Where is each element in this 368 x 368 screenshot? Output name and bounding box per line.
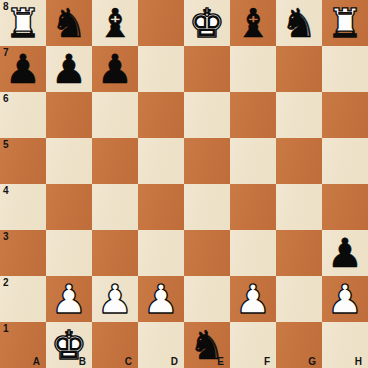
square-d4[interactable] [138, 184, 184, 230]
square-c7[interactable]: ♟ [92, 46, 138, 92]
square-a2[interactable]: 2 [0, 276, 46, 322]
square-b7[interactable]: ♟ [46, 46, 92, 92]
square-a8[interactable]: 8♜ [0, 0, 46, 46]
rank-label-4: 4 [3, 185, 9, 196]
black-knight[interactable]: ♞ [281, 0, 317, 46]
square-e7[interactable] [184, 46, 230, 92]
square-e1[interactable]: E♞ [184, 322, 230, 368]
chess-board-wrapper: 8♜♞♝♚♝♞♜7♟♟♟6543♟2♟♟♟♟♟1AB♚CDE♞FGH [0, 0, 368, 368]
square-f1[interactable]: F [230, 322, 276, 368]
square-c8[interactable]: ♝ [92, 0, 138, 46]
square-g8[interactable]: ♞ [276, 0, 322, 46]
square-h2[interactable]: ♟ [322, 276, 368, 322]
square-h5[interactable] [322, 138, 368, 184]
square-f3[interactable] [230, 230, 276, 276]
square-g1[interactable]: G [276, 322, 322, 368]
square-h7[interactable] [322, 46, 368, 92]
square-f5[interactable] [230, 138, 276, 184]
white-pawn[interactable]: ♟ [235, 276, 271, 322]
square-b2[interactable]: ♟ [46, 276, 92, 322]
square-h3[interactable]: ♟ [322, 230, 368, 276]
square-e8[interactable]: ♚ [184, 0, 230, 46]
square-a5[interactable]: 5 [0, 138, 46, 184]
square-e5[interactable] [184, 138, 230, 184]
file-label-a: A [33, 356, 40, 367]
black-pawn[interactable]: ♟ [51, 46, 87, 92]
square-d2[interactable]: ♟ [138, 276, 184, 322]
square-g3[interactable] [276, 230, 322, 276]
square-g7[interactable] [276, 46, 322, 92]
square-c3[interactable] [92, 230, 138, 276]
square-e6[interactable] [184, 92, 230, 138]
square-f4[interactable] [230, 184, 276, 230]
square-d8[interactable] [138, 0, 184, 46]
black-bishop[interactable]: ♝ [235, 0, 271, 46]
black-bishop[interactable]: ♝ [97, 0, 133, 46]
file-label-h: H [355, 356, 362, 367]
square-f6[interactable] [230, 92, 276, 138]
file-label-f: F [264, 356, 270, 367]
square-d5[interactable] [138, 138, 184, 184]
square-f8[interactable]: ♝ [230, 0, 276, 46]
square-h1[interactable]: H [322, 322, 368, 368]
square-c4[interactable] [92, 184, 138, 230]
rank-label-5: 5 [3, 139, 9, 150]
rank-label-7: 7 [3, 47, 9, 58]
rank-label-2: 2 [3, 277, 9, 288]
square-b5[interactable] [46, 138, 92, 184]
black-knight[interactable]: ♞ [51, 0, 87, 46]
square-g2[interactable] [276, 276, 322, 322]
white-pawn[interactable]: ♟ [97, 276, 133, 322]
black-pawn[interactable]: ♟ [5, 46, 41, 92]
file-label-d: D [171, 356, 178, 367]
square-g6[interactable] [276, 92, 322, 138]
white-rook[interactable]: ♜ [5, 0, 41, 46]
square-c1[interactable]: C [92, 322, 138, 368]
square-a3[interactable]: 3 [0, 230, 46, 276]
white-rook[interactable]: ♜ [327, 0, 363, 46]
square-c5[interactable] [92, 138, 138, 184]
square-a4[interactable]: 4 [0, 184, 46, 230]
square-c6[interactable] [92, 92, 138, 138]
square-e4[interactable] [184, 184, 230, 230]
square-g5[interactable] [276, 138, 322, 184]
square-e2[interactable] [184, 276, 230, 322]
square-h8[interactable]: ♜ [322, 0, 368, 46]
black-pawn[interactable]: ♟ [327, 230, 363, 276]
square-b6[interactable] [46, 92, 92, 138]
square-b4[interactable] [46, 184, 92, 230]
square-a7[interactable]: 7♟ [0, 46, 46, 92]
square-b1[interactable]: B♚ [46, 322, 92, 368]
black-pawn[interactable]: ♟ [97, 46, 133, 92]
rank-label-1: 1 [3, 323, 9, 334]
square-h6[interactable] [322, 92, 368, 138]
file-label-e: E [217, 356, 224, 367]
white-pawn[interactable]: ♟ [51, 276, 87, 322]
square-e3[interactable] [184, 230, 230, 276]
square-f7[interactable] [230, 46, 276, 92]
square-d6[interactable] [138, 92, 184, 138]
white-pawn[interactable]: ♟ [327, 276, 363, 322]
square-g4[interactable] [276, 184, 322, 230]
rank-label-3: 3 [3, 231, 9, 242]
square-b3[interactable] [46, 230, 92, 276]
white-king[interactable]: ♚ [189, 0, 225, 46]
rank-label-8: 8 [3, 1, 9, 12]
file-label-c: C [125, 356, 132, 367]
square-a1[interactable]: 1A [0, 322, 46, 368]
rank-label-6: 6 [3, 93, 9, 104]
square-d1[interactable]: D [138, 322, 184, 368]
file-label-g: G [308, 356, 316, 367]
square-d3[interactable] [138, 230, 184, 276]
square-d7[interactable] [138, 46, 184, 92]
square-a6[interactable]: 6 [0, 92, 46, 138]
file-label-b: B [79, 356, 86, 367]
square-c2[interactable]: ♟ [92, 276, 138, 322]
square-f2[interactable]: ♟ [230, 276, 276, 322]
square-b8[interactable]: ♞ [46, 0, 92, 46]
chess-board: 8♜♞♝♚♝♞♜7♟♟♟6543♟2♟♟♟♟♟1AB♚CDE♞FGH [0, 0, 368, 368]
square-h4[interactable] [322, 184, 368, 230]
white-pawn[interactable]: ♟ [143, 276, 179, 322]
